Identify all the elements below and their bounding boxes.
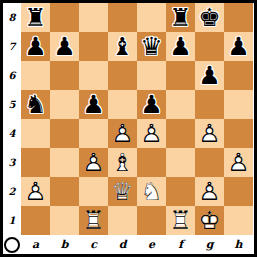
piece-black-pawn[interactable]: ♟	[21, 32, 50, 61]
black-king-icon: ♚	[195, 3, 224, 32]
square-a8[interactable]: ♜	[21, 3, 50, 32]
square-c1[interactable]: ♜♖	[79, 206, 108, 235]
rank-labels: 87654321	[3, 3, 21, 235]
white-king-outline-icon: ♔	[195, 206, 224, 235]
square-g7[interactable]	[195, 32, 224, 61]
square-h6[interactable]	[224, 61, 253, 90]
square-c5[interactable]: ♟	[79, 90, 108, 119]
square-c7[interactable]	[79, 32, 108, 61]
piece-black-rook[interactable]: ♜	[21, 3, 50, 32]
square-b8[interactable]	[50, 3, 79, 32]
square-g6[interactable]: ♟	[195, 61, 224, 90]
file-label-g: g	[195, 235, 224, 254]
piece-white-bishop[interactable]: ♝♗	[108, 148, 137, 177]
square-c6[interactable]	[79, 61, 108, 90]
to-move-corner	[3, 235, 21, 254]
square-d6[interactable]	[108, 61, 137, 90]
square-a7[interactable]: ♟	[21, 32, 50, 61]
white-rook-outline-icon: ♖	[79, 206, 108, 235]
square-h2[interactable]	[224, 177, 253, 206]
rank-label-8: 8	[3, 3, 21, 32]
piece-black-rook[interactable]: ♜	[166, 3, 195, 32]
square-a4[interactable]	[21, 119, 50, 148]
square-e5[interactable]: ♟	[137, 90, 166, 119]
black-pawn-icon: ♟	[195, 61, 224, 90]
white-knight-outline-icon: ♘	[137, 177, 166, 206]
piece-white-king[interactable]: ♚♔	[195, 206, 224, 235]
rank-label-1: 1	[3, 206, 21, 235]
black-pawn-icon: ♟	[224, 32, 253, 61]
white-pawn-outline-icon: ♙	[195, 177, 224, 206]
square-d7[interactable]: ♝	[108, 32, 137, 61]
piece-black-pawn[interactable]: ♟	[224, 32, 253, 61]
square-e7[interactable]: ♛	[137, 32, 166, 61]
black-rook-icon: ♜	[166, 3, 195, 32]
square-b4[interactable]	[50, 119, 79, 148]
square-h4[interactable]	[224, 119, 253, 148]
rank-label-6: 6	[3, 61, 21, 90]
white-rook-outline-icon: ♖	[166, 206, 195, 235]
black-pawn-icon: ♟	[50, 32, 79, 61]
white-queen-outline-icon: ♕	[108, 177, 137, 206]
square-d8[interactable]	[108, 3, 137, 32]
piece-white-pawn[interactable]: ♟♙	[195, 177, 224, 206]
chess-diagram: 87654321 ♜♜♚♟♟♝♛♟♟♟♞♟♟♟♙♟♙♟♙♟♙♝♗♟♙♟♙♛♕♞♘…	[0, 0, 257, 257]
square-c2[interactable]	[79, 177, 108, 206]
rank-label-4: 4	[3, 119, 21, 148]
square-d2[interactable]: ♛♕	[108, 177, 137, 206]
piece-black-queen[interactable]: ♛	[137, 32, 166, 61]
square-a3[interactable]	[21, 148, 50, 177]
square-d1[interactable]	[108, 206, 137, 235]
piece-white-knight[interactable]: ♞♘	[137, 177, 166, 206]
square-d3[interactable]: ♝♗	[108, 148, 137, 177]
black-pawn-icon: ♟	[79, 90, 108, 119]
white-pawn-outline-icon: ♙	[195, 119, 224, 148]
square-g8[interactable]: ♚	[195, 3, 224, 32]
piece-white-pawn[interactable]: ♟♙	[137, 119, 166, 148]
rank-label-2: 2	[3, 177, 21, 206]
piece-white-pawn[interactable]: ♟♙	[195, 119, 224, 148]
piece-black-pawn[interactable]: ♟	[50, 32, 79, 61]
white-pawn-outline-icon: ♙	[108, 119, 137, 148]
piece-white-pawn[interactable]: ♟♙	[21, 177, 50, 206]
square-a2[interactable]: ♟♙	[21, 177, 50, 206]
square-b3[interactable]	[50, 148, 79, 177]
file-label-e: e	[137, 235, 166, 254]
square-f6[interactable]	[166, 61, 195, 90]
square-g4[interactable]: ♟♙	[195, 119, 224, 148]
square-h1[interactable]	[224, 206, 253, 235]
square-g3[interactable]	[195, 148, 224, 177]
square-c3[interactable]: ♟♙	[79, 148, 108, 177]
black-pawn-icon: ♟	[166, 32, 195, 61]
square-d4[interactable]: ♟♙	[108, 119, 137, 148]
black-queen-icon: ♛	[137, 32, 166, 61]
square-a5[interactable]: ♞	[21, 90, 50, 119]
piece-black-knight[interactable]: ♞	[21, 90, 50, 119]
file-label-c: c	[79, 235, 108, 254]
rank-label-3: 3	[3, 148, 21, 177]
square-e3[interactable]	[137, 148, 166, 177]
square-h7[interactable]: ♟	[224, 32, 253, 61]
white-pawn-outline-icon: ♙	[79, 148, 108, 177]
file-label-h: h	[224, 235, 253, 254]
rank-label-7: 7	[3, 32, 21, 61]
square-f7[interactable]: ♟	[166, 32, 195, 61]
square-b5[interactable]	[50, 90, 79, 119]
piece-black-bishop[interactable]: ♝	[108, 32, 137, 61]
square-f4[interactable]	[166, 119, 195, 148]
black-pawn-icon: ♟	[21, 32, 50, 61]
square-e1[interactable]	[137, 206, 166, 235]
square-f1[interactable]: ♜♖	[166, 206, 195, 235]
square-h3[interactable]: ♟♙	[224, 148, 253, 177]
piece-black-pawn[interactable]: ♟	[195, 61, 224, 90]
rank-label-5: 5	[3, 90, 21, 119]
black-rook-icon: ♜	[21, 3, 50, 32]
piece-black-pawn[interactable]: ♟	[137, 90, 166, 119]
black-pawn-icon: ♟	[137, 90, 166, 119]
white-pawn-outline-icon: ♙	[21, 177, 50, 206]
square-d5[interactable]	[108, 90, 137, 119]
square-g5[interactable]	[195, 90, 224, 119]
square-g1[interactable]: ♚♔	[195, 206, 224, 235]
square-a6[interactable]	[21, 61, 50, 90]
piece-white-pawn[interactable]: ♟♙	[79, 148, 108, 177]
square-b6[interactable]	[50, 61, 79, 90]
square-e4[interactable]: ♟♙	[137, 119, 166, 148]
white-pawn-outline-icon: ♙	[224, 148, 253, 177]
square-e2[interactable]: ♞♘	[137, 177, 166, 206]
file-label-a: a	[21, 235, 50, 254]
white-bishop-outline-icon: ♗	[108, 148, 137, 177]
square-c8[interactable]	[79, 3, 108, 32]
file-label-b: b	[50, 235, 79, 254]
square-b1[interactable]	[50, 206, 79, 235]
square-e6[interactable]	[137, 61, 166, 90]
file-label-d: d	[108, 235, 137, 254]
square-f3[interactable]	[166, 148, 195, 177]
piece-black-pawn[interactable]: ♟	[79, 90, 108, 119]
piece-white-rook[interactable]: ♜♖	[79, 206, 108, 235]
piece-black-pawn[interactable]: ♟	[166, 32, 195, 61]
square-e8[interactable]	[137, 3, 166, 32]
square-h5[interactable]	[224, 90, 253, 119]
file-labels: abcdefgh	[21, 235, 253, 254]
black-knight-icon: ♞	[21, 90, 50, 119]
square-b7[interactable]: ♟	[50, 32, 79, 61]
piece-black-king[interactable]: ♚	[195, 3, 224, 32]
file-label-f: f	[166, 235, 195, 254]
square-h8[interactable]	[224, 3, 253, 32]
square-f2[interactable]	[166, 177, 195, 206]
square-b2[interactable]	[50, 177, 79, 206]
square-g2[interactable]: ♟♙	[195, 177, 224, 206]
square-c4[interactable]	[79, 119, 108, 148]
piece-white-rook[interactable]: ♜♖	[166, 206, 195, 235]
black-bishop-icon: ♝	[108, 32, 137, 61]
chess-board[interactable]: ♜♜♚♟♟♝♛♟♟♟♞♟♟♟♙♟♙♟♙♟♙♝♗♟♙♟♙♛♕♞♘♟♙♜♖♜♖♚♔	[21, 3, 253, 235]
white-pawn-outline-icon: ♙	[137, 119, 166, 148]
square-a1[interactable]	[21, 206, 50, 235]
white-to-move-indicator	[4, 237, 20, 253]
piece-white-queen[interactable]: ♛♕	[108, 177, 137, 206]
square-f5[interactable]	[166, 90, 195, 119]
piece-white-pawn[interactable]: ♟♙	[108, 119, 137, 148]
piece-white-pawn[interactable]: ♟♙	[224, 148, 253, 177]
square-f8[interactable]: ♜	[166, 3, 195, 32]
